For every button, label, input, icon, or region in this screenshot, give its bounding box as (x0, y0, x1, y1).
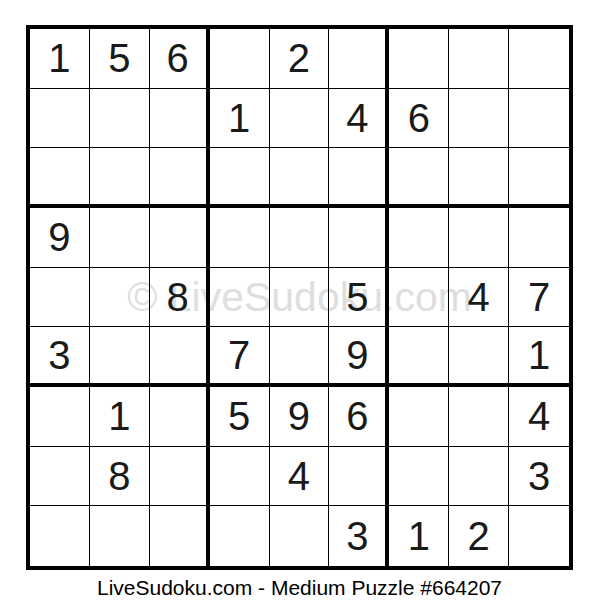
cell-r6c2[interactable] (90, 327, 150, 387)
cell-r4c5[interactable] (270, 208, 330, 268)
cell-r4c8[interactable] (449, 208, 509, 268)
cell-r5c4[interactable] (210, 268, 270, 328)
cell-r7c9[interactable]: 4 (509, 387, 569, 447)
cell-r7c8[interactable] (449, 387, 509, 447)
cell-r2c5[interactable] (270, 89, 330, 149)
cell-r8c8[interactable] (449, 447, 509, 507)
cell-r5c6[interactable]: 5 (329, 268, 389, 328)
cell-r6c4[interactable]: 7 (210, 327, 270, 387)
cell-r5c3[interactable]: 8 (150, 268, 210, 328)
cell-r8c3[interactable] (150, 447, 210, 507)
cell-r4c6[interactable] (329, 208, 389, 268)
cell-r6c8[interactable] (449, 327, 509, 387)
cell-r6c5[interactable] (270, 327, 330, 387)
cell-r7c2[interactable]: 1 (90, 387, 150, 447)
cell-r8c1[interactable] (30, 447, 90, 507)
cell-r4c9[interactable] (509, 208, 569, 268)
cell-r2c6[interactable]: 4 (329, 89, 389, 149)
cell-r6c7[interactable] (389, 327, 449, 387)
caption: LiveSudoku.com - Medium Puzzle #664207 (26, 576, 573, 600)
cell-r1c5[interactable]: 2 (270, 29, 330, 89)
cell-r2c4[interactable]: 1 (210, 89, 270, 149)
sudoku-board: © LiveSudoku.com 15621469854737911596484… (26, 25, 573, 570)
cell-r8c7[interactable] (389, 447, 449, 507)
cell-r7c4[interactable]: 5 (210, 387, 270, 447)
cell-r1c9[interactable] (509, 29, 569, 89)
cell-r9c7[interactable]: 1 (389, 506, 449, 566)
cell-r9c1[interactable] (30, 506, 90, 566)
cell-r7c3[interactable] (150, 387, 210, 447)
cell-r9c6[interactable]: 3 (329, 506, 389, 566)
cell-r6c1[interactable]: 3 (30, 327, 90, 387)
cell-r4c4[interactable] (210, 208, 270, 268)
cell-r2c7[interactable]: 6 (389, 89, 449, 149)
cell-r8c6[interactable] (329, 447, 389, 507)
cell-r7c5[interactable]: 9 (270, 387, 330, 447)
cell-r3c7[interactable] (389, 148, 449, 208)
cell-r3c9[interactable] (509, 148, 569, 208)
cell-r3c4[interactable] (210, 148, 270, 208)
cell-r2c8[interactable] (449, 89, 509, 149)
cell-r9c8[interactable]: 2 (449, 506, 509, 566)
cell-r1c6[interactable] (329, 29, 389, 89)
cell-r8c9[interactable]: 3 (509, 447, 569, 507)
cell-r3c8[interactable] (449, 148, 509, 208)
cell-r9c5[interactable] (270, 506, 330, 566)
cell-r3c3[interactable] (150, 148, 210, 208)
cell-r3c2[interactable] (90, 148, 150, 208)
cell-r9c4[interactable] (210, 506, 270, 566)
cell-r3c6[interactable] (329, 148, 389, 208)
cell-r9c3[interactable] (150, 506, 210, 566)
cell-r6c9[interactable]: 1 (509, 327, 569, 387)
cell-r8c4[interactable] (210, 447, 270, 507)
cell-r5c7[interactable] (389, 268, 449, 328)
cell-r2c3[interactable] (150, 89, 210, 149)
cell-r4c2[interactable] (90, 208, 150, 268)
cell-r5c8[interactable]: 4 (449, 268, 509, 328)
cell-r5c2[interactable] (90, 268, 150, 328)
cell-r1c1[interactable]: 1 (30, 29, 90, 89)
cell-r5c1[interactable] (30, 268, 90, 328)
cell-r4c3[interactable] (150, 208, 210, 268)
cell-r1c4[interactable] (210, 29, 270, 89)
cell-r9c2[interactable] (90, 506, 150, 566)
cell-r2c2[interactable] (90, 89, 150, 149)
cell-r7c1[interactable] (30, 387, 90, 447)
cell-r8c5[interactable]: 4 (270, 447, 330, 507)
page: © LiveSudoku.com 15621469854737911596484… (0, 0, 600, 615)
cell-r1c8[interactable] (449, 29, 509, 89)
cell-r3c1[interactable] (30, 148, 90, 208)
cell-r5c9[interactable]: 7 (509, 268, 569, 328)
cell-r1c3[interactable]: 6 (150, 29, 210, 89)
cell-r4c1[interactable]: 9 (30, 208, 90, 268)
cell-r3c5[interactable] (270, 148, 330, 208)
cell-r2c9[interactable] (509, 89, 569, 149)
cell-r5c5[interactable] (270, 268, 330, 328)
cell-r9c9[interactable] (509, 506, 569, 566)
cell-r2c1[interactable] (30, 89, 90, 149)
cell-r7c7[interactable] (389, 387, 449, 447)
cell-r1c7[interactable] (389, 29, 449, 89)
cell-r4c7[interactable] (389, 208, 449, 268)
cell-r6c3[interactable] (150, 327, 210, 387)
cell-r7c6[interactable]: 6 (329, 387, 389, 447)
cell-r6c6[interactable]: 9 (329, 327, 389, 387)
cell-r1c2[interactable]: 5 (90, 29, 150, 89)
cell-r8c2[interactable]: 8 (90, 447, 150, 507)
